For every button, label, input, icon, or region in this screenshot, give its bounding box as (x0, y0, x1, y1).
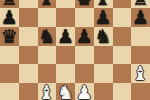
piece-bK[interactable]: ♚ (75, 0, 94, 8)
square-h7[interactable]: ♜ (131, 0, 150, 8)
square-b7[interactable] (19, 0, 38, 8)
square-c5[interactable]: ♞ (38, 27, 57, 46)
square-a3[interactable] (0, 64, 19, 83)
square-g6[interactable] (113, 8, 132, 27)
square-c4[interactable] (38, 46, 57, 65)
square-d2[interactable]: ♞ (56, 83, 75, 100)
square-d3[interactable] (56, 64, 75, 83)
piece-bN[interactable]: ♞ (38, 27, 57, 46)
square-f4[interactable] (94, 46, 113, 65)
square-e4[interactable] (75, 46, 94, 65)
square-d6[interactable] (56, 8, 75, 27)
square-g7[interactable] (113, 0, 132, 8)
square-e5[interactable]: ♟ (75, 27, 94, 46)
square-g3[interactable] (113, 64, 132, 83)
square-d5[interactable]: ♟ (56, 27, 75, 46)
piece-bQ[interactable]: ♛ (0, 27, 19, 46)
piece-wN[interactable]: ♞ (56, 83, 75, 100)
square-a6[interactable]: ♟ (0, 8, 19, 27)
square-c2[interactable]: ♝ (38, 83, 57, 100)
square-g4[interactable] (113, 46, 132, 65)
square-b5[interactable] (19, 27, 38, 46)
square-f6[interactable]: ♟ (94, 8, 113, 27)
square-c7[interactable]: ♝ (38, 0, 57, 8)
square-f7[interactable]: ♝ (94, 0, 113, 8)
piece-wB[interactable]: ♝ (38, 83, 57, 100)
square-h5[interactable] (131, 27, 150, 46)
square-e6[interactable] (75, 8, 94, 27)
piece-bP[interactable]: ♟ (0, 8, 19, 27)
square-e7[interactable]: ♚ (75, 0, 94, 8)
square-b2[interactable] (19, 83, 38, 100)
piece-bB[interactable]: ♝ (38, 0, 57, 8)
piece-bP[interactable]: ♟ (131, 8, 150, 27)
square-h6[interactable]: ♟ (131, 8, 150, 27)
square-b6[interactable] (19, 8, 38, 27)
square-d7[interactable] (56, 0, 75, 8)
square-e2[interactable]: ♟ (75, 83, 94, 100)
square-g2[interactable] (113, 83, 132, 100)
piece-bR[interactable]: ♜ (0, 0, 19, 8)
square-f2[interactable] (94, 83, 113, 100)
piece-bR[interactable]: ♜ (131, 0, 150, 8)
piece-bP[interactable]: ♟ (94, 8, 113, 27)
square-a5[interactable]: ♛ (0, 27, 19, 46)
square-f3[interactable] (94, 64, 113, 83)
square-a4[interactable] (0, 46, 19, 65)
piece-wB[interactable]: ♝ (131, 64, 150, 83)
square-d4[interactable] (56, 46, 75, 65)
square-a2[interactable] (0, 83, 19, 100)
square-g5[interactable] (113, 27, 132, 46)
square-e3[interactable] (75, 64, 94, 83)
square-b3[interactable] (19, 64, 38, 83)
square-c3[interactable] (38, 64, 57, 83)
square-b4[interactable] (19, 46, 38, 65)
square-f5[interactable]: ♞ (94, 27, 113, 46)
piece-bP[interactable]: ♟ (56, 27, 75, 46)
piece-bB[interactable]: ♝ (94, 0, 113, 8)
square-a7[interactable]: ♜ (0, 0, 19, 8)
square-h4[interactable] (131, 46, 150, 65)
square-c6[interactable] (38, 8, 57, 27)
piece-bN[interactable]: ♞ (94, 27, 113, 46)
piece-bP[interactable]: ♟ (75, 27, 94, 46)
square-h3[interactable]: ♝ (131, 64, 150, 83)
piece-wP[interactable]: ♟ (75, 83, 94, 100)
square-h2[interactable] (131, 83, 150, 100)
chess-board: ♜♝♚♝♜♟♟♟♛♞♟♟♞♝♝♞♟ (0, 0, 150, 100)
chess-board-viewport: ♜♝♚♝♜♟♟♟♛♞♟♟♞♝♝♞♟ (0, 0, 150, 100)
